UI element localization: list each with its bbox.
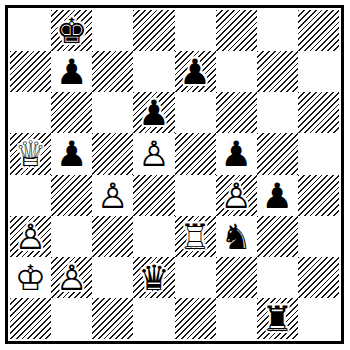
piece-white-pawn[interactable]: ♟♙ <box>92 175 133 216</box>
board-frame: ♚♚♟♟♟♟♟♟♛♕♟♟♟♙♟♟♟♙♟♙♟♟♟♙♜♖♞♞♚♔♟♙♛♛♜♜ <box>5 5 344 344</box>
black-pawn-icon: ♟ <box>262 179 293 214</box>
square-c2[interactable] <box>92 257 133 298</box>
chess-board: ♚♚♟♟♟♟♟♟♛♕♟♟♟♙♟♟♟♙♟♙♟♟♟♙♜♖♞♞♚♔♟♙♛♛♜♜ <box>10 10 339 339</box>
square-e1[interactable] <box>175 298 216 339</box>
white-pawn-icon: ♙ <box>15 220 46 255</box>
square-e5[interactable] <box>175 133 216 174</box>
piece-black-pawn[interactable]: ♟♟ <box>51 133 92 174</box>
piece-black-king[interactable]: ♚♚ <box>51 10 92 51</box>
square-a3[interactable]: ♟♙ <box>10 216 51 257</box>
square-a1[interactable] <box>10 298 51 339</box>
square-e2[interactable] <box>175 257 216 298</box>
square-b2[interactable]: ♟♙ <box>51 257 92 298</box>
square-h7[interactable] <box>298 51 339 92</box>
piece-white-pawn[interactable]: ♟♙ <box>51 257 92 298</box>
square-f5[interactable]: ♟♟ <box>216 133 257 174</box>
square-c1[interactable] <box>92 298 133 339</box>
white-pawn-icon: ♙ <box>220 179 251 214</box>
piece-black-rook[interactable]: ♜♜ <box>257 298 298 339</box>
square-a6[interactable] <box>10 92 51 133</box>
square-f2[interactable] <box>216 257 257 298</box>
square-b3[interactable] <box>51 216 92 257</box>
square-b5[interactable]: ♟♟ <box>51 133 92 174</box>
piece-black-pawn[interactable]: ♟♟ <box>257 175 298 216</box>
square-g6[interactable] <box>257 92 298 133</box>
square-b1[interactable] <box>51 298 92 339</box>
piece-white-rook[interactable]: ♜♖ <box>175 216 216 257</box>
square-c4[interactable]: ♟♙ <box>92 175 133 216</box>
square-c7[interactable] <box>92 51 133 92</box>
piece-white-pawn[interactable]: ♟♙ <box>216 175 257 216</box>
square-b7[interactable]: ♟♟ <box>51 51 92 92</box>
square-h8[interactable] <box>298 10 339 51</box>
square-g4[interactable]: ♟♟ <box>257 175 298 216</box>
square-h6[interactable] <box>298 92 339 133</box>
square-e7[interactable]: ♟♟ <box>175 51 216 92</box>
chess-diagram: ♚♚♟♟♟♟♟♟♛♕♟♟♟♙♟♟♟♙♟♙♟♟♟♙♜♖♞♞♚♔♟♙♛♛♜♜ <box>0 0 350 350</box>
square-c6[interactable] <box>92 92 133 133</box>
piece-white-pawn[interactable]: ♟♙ <box>133 133 174 174</box>
square-b6[interactable] <box>51 92 92 133</box>
piece-white-pawn[interactable]: ♟♙ <box>10 216 51 257</box>
piece-black-queen[interactable]: ♛♛ <box>133 257 174 298</box>
square-d7[interactable] <box>133 51 174 92</box>
piece-black-pawn[interactable]: ♟♟ <box>133 92 174 133</box>
square-d1[interactable] <box>133 298 174 339</box>
square-b4[interactable] <box>51 175 92 216</box>
square-h4[interactable] <box>298 175 339 216</box>
square-c3[interactable] <box>92 216 133 257</box>
piece-white-king[interactable]: ♚♔ <box>10 257 51 298</box>
white-queen-icon: ♕ <box>15 137 46 172</box>
square-h5[interactable] <box>298 133 339 174</box>
black-rook-icon: ♜ <box>262 302 293 337</box>
square-a4[interactable] <box>10 175 51 216</box>
square-c5[interactable] <box>92 133 133 174</box>
square-a2[interactable]: ♚♔ <box>10 257 51 298</box>
square-e6[interactable] <box>175 92 216 133</box>
square-d8[interactable] <box>133 10 174 51</box>
square-d3[interactable] <box>133 216 174 257</box>
square-g3[interactable] <box>257 216 298 257</box>
black-king-icon: ♚ <box>56 14 87 49</box>
square-a7[interactable] <box>10 51 51 92</box>
piece-black-pawn[interactable]: ♟♟ <box>51 51 92 92</box>
square-e3[interactable]: ♜♖ <box>175 216 216 257</box>
square-d4[interactable] <box>133 175 174 216</box>
square-g1[interactable]: ♜♜ <box>257 298 298 339</box>
black-knight-icon: ♞ <box>220 220 251 255</box>
square-g7[interactable] <box>257 51 298 92</box>
black-pawn-icon: ♟ <box>179 55 210 90</box>
white-king-icon: ♔ <box>15 261 46 296</box>
square-f8[interactable] <box>216 10 257 51</box>
piece-black-knight[interactable]: ♞♞ <box>216 216 257 257</box>
white-rook-icon: ♖ <box>179 220 210 255</box>
black-pawn-icon: ♟ <box>220 137 251 172</box>
square-a5[interactable]: ♛♕ <box>10 133 51 174</box>
square-d2[interactable]: ♛♛ <box>133 257 174 298</box>
square-f4[interactable]: ♟♙ <box>216 175 257 216</box>
black-queen-icon: ♛ <box>138 261 169 296</box>
black-pawn-icon: ♟ <box>138 96 169 131</box>
piece-white-queen[interactable]: ♛♕ <box>10 133 51 174</box>
square-e4[interactable] <box>175 175 216 216</box>
square-f6[interactable] <box>216 92 257 133</box>
square-g2[interactable] <box>257 257 298 298</box>
square-h2[interactable] <box>298 257 339 298</box>
square-f7[interactable] <box>216 51 257 92</box>
square-f1[interactable] <box>216 298 257 339</box>
white-pawn-icon: ♙ <box>97 179 128 214</box>
piece-black-pawn[interactable]: ♟♟ <box>216 133 257 174</box>
black-pawn-icon: ♟ <box>56 55 87 90</box>
square-h1[interactable] <box>298 298 339 339</box>
square-g8[interactable] <box>257 10 298 51</box>
square-c8[interactable] <box>92 10 133 51</box>
square-d6[interactable]: ♟♟ <box>133 92 174 133</box>
square-a8[interactable] <box>10 10 51 51</box>
square-d5[interactable]: ♟♙ <box>133 133 174 174</box>
square-g5[interactable] <box>257 133 298 174</box>
black-pawn-icon: ♟ <box>56 137 87 172</box>
square-h3[interactable] <box>298 216 339 257</box>
square-f3[interactable]: ♞♞ <box>216 216 257 257</box>
white-pawn-icon: ♙ <box>56 261 87 296</box>
square-e8[interactable] <box>175 10 216 51</box>
square-b8[interactable]: ♚♚ <box>51 10 92 51</box>
white-pawn-icon: ♙ <box>138 137 169 172</box>
piece-black-pawn[interactable]: ♟♟ <box>175 51 216 92</box>
